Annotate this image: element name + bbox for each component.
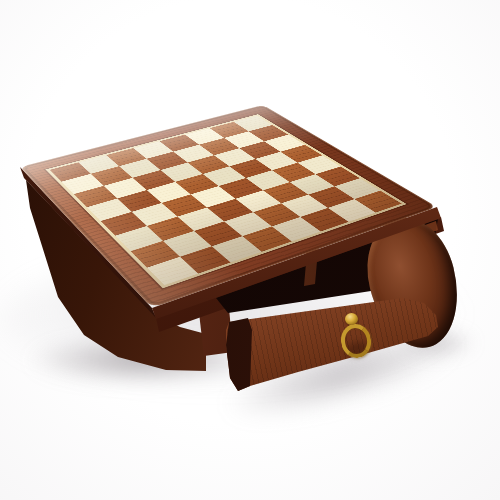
- chess-box-photo: [0, 0, 500, 500]
